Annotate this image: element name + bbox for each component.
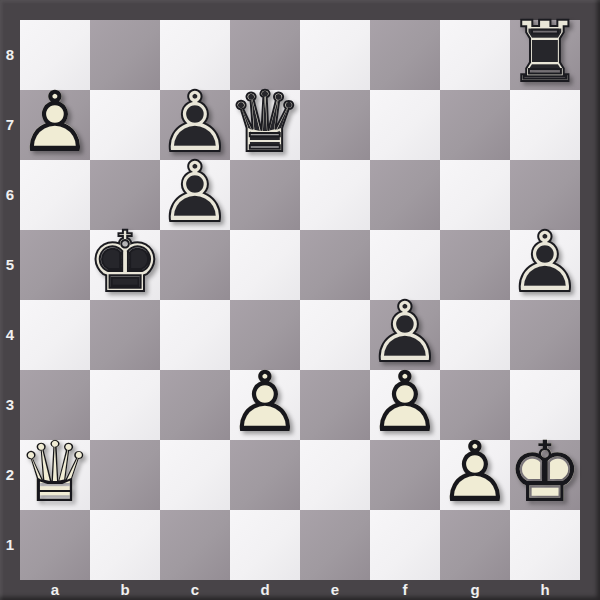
pawn-glyph-line: ♙ <box>440 437 510 507</box>
white-pawn-g2-icon[interactable]: ♟♙ <box>440 440 510 510</box>
chess-board: ♜♖♜♟♙♟♙♟♛♕♛♟♙♟♚♔♚♟♙♟♟♙♟♟♙♟♙♛♕♟♙♚♔ <box>20 20 580 580</box>
white-queen-a2-icon[interactable]: ♛♕ <box>20 440 90 510</box>
white-pawn-f3-icon[interactable]: ♟♙ <box>370 370 440 440</box>
square-a5[interactable] <box>20 230 90 300</box>
square-h5[interactable]: ♟♙♟ <box>510 230 580 300</box>
square-g2[interactable]: ♟♙ <box>440 440 510 510</box>
file-label-f: f <box>370 580 440 600</box>
square-a1[interactable] <box>20 510 90 580</box>
square-g4[interactable] <box>440 300 510 370</box>
pawn-glyph-edge: ♟ <box>160 157 230 227</box>
white-pawn-d3-icon[interactable]: ♟♙ <box>230 370 300 440</box>
square-g1[interactable] <box>440 510 510 580</box>
pawn-glyph-line: ♙ <box>370 367 440 437</box>
rank-label-5: 5 <box>0 256 20 274</box>
square-e3[interactable] <box>300 370 370 440</box>
square-c4[interactable] <box>160 300 230 370</box>
pawn-glyph-line: ♙ <box>20 87 90 157</box>
square-b5[interactable]: ♚♔♚ <box>90 230 160 300</box>
square-d6[interactable] <box>230 160 300 230</box>
square-d2[interactable] <box>230 440 300 510</box>
file-label-a: a <box>20 580 90 600</box>
rook-glyph-edge: ♜ <box>510 17 580 87</box>
square-a7[interactable]: ♟♙ <box>20 90 90 160</box>
file-label-h: h <box>510 580 580 600</box>
square-f3[interactable]: ♟♙ <box>370 370 440 440</box>
file-label-b: b <box>90 580 160 600</box>
square-c2[interactable] <box>160 440 230 510</box>
square-c6[interactable]: ♟♙♟ <box>160 160 230 230</box>
square-a6[interactable] <box>20 160 90 230</box>
white-king-h2-icon[interactable]: ♚♔ <box>510 440 580 510</box>
rank-label-7: 7 <box>0 116 20 134</box>
square-h8[interactable]: ♜♖♜ <box>510 20 580 90</box>
square-e5[interactable] <box>300 230 370 300</box>
square-c5[interactable] <box>160 230 230 300</box>
square-a4[interactable] <box>20 300 90 370</box>
rank-label-1: 1 <box>0 536 20 554</box>
square-d1[interactable] <box>230 510 300 580</box>
king-glyph-line: ♔ <box>510 437 580 507</box>
square-f8[interactable] <box>370 20 440 90</box>
square-b7[interactable] <box>90 90 160 160</box>
square-e1[interactable] <box>300 510 370 580</box>
square-b2[interactable] <box>90 440 160 510</box>
square-g6[interactable] <box>440 160 510 230</box>
square-f6[interactable] <box>370 160 440 230</box>
square-g8[interactable] <box>440 20 510 90</box>
square-h7[interactable] <box>510 90 580 160</box>
rank-label-3: 3 <box>0 396 20 414</box>
rank-label-4: 4 <box>0 326 20 344</box>
rank-label-8: 8 <box>0 46 20 64</box>
pawn-glyph-edge: ♟ <box>510 227 580 297</box>
file-label-g: g <box>440 580 510 600</box>
pawn-glyph-line: ♙ <box>230 367 300 437</box>
square-a2[interactable]: ♛♕ <box>20 440 90 510</box>
square-e6[interactable] <box>300 160 370 230</box>
square-h4[interactable] <box>510 300 580 370</box>
file-label-c: c <box>160 580 230 600</box>
rank-label-6: 6 <box>0 186 20 204</box>
rank-label-2: 2 <box>0 466 20 484</box>
square-c1[interactable] <box>160 510 230 580</box>
square-e4[interactable] <box>300 300 370 370</box>
queen-glyph-edge: ♛ <box>230 87 300 157</box>
file-label-e: e <box>300 580 370 600</box>
square-f2[interactable] <box>370 440 440 510</box>
file-label-d: d <box>230 580 300 600</box>
king-glyph-edge: ♚ <box>90 227 160 297</box>
square-d3[interactable]: ♟♙ <box>230 370 300 440</box>
square-f1[interactable] <box>370 510 440 580</box>
square-h2[interactable]: ♚♔ <box>510 440 580 510</box>
square-c3[interactable] <box>160 370 230 440</box>
queen-glyph-line: ♕ <box>20 437 90 507</box>
square-b4[interactable] <box>90 300 160 370</box>
black-pawn-c6-icon[interactable]: ♟♙♟ <box>160 160 230 230</box>
square-d5[interactable] <box>230 230 300 300</box>
black-pawn-h5-icon[interactable]: ♟♙♟ <box>510 230 580 300</box>
black-queen-d7-icon[interactable]: ♛♕♛ <box>230 90 300 160</box>
square-e7[interactable] <box>300 90 370 160</box>
black-rook-h8-icon[interactable]: ♜♖♜ <box>510 20 580 90</box>
square-f7[interactable] <box>370 90 440 160</box>
square-g5[interactable] <box>440 230 510 300</box>
white-pawn-a7-icon[interactable]: ♟♙ <box>20 90 90 160</box>
square-d7[interactable]: ♛♕♛ <box>230 90 300 160</box>
square-b8[interactable] <box>90 20 160 90</box>
square-h1[interactable] <box>510 510 580 580</box>
black-king-b5-icon[interactable]: ♚♔♚ <box>90 230 160 300</box>
square-b1[interactable] <box>90 510 160 580</box>
chess-board-frame: ♜♖♜♟♙♟♙♟♛♕♛♟♙♟♚♔♚♟♙♟♟♙♟♟♙♟♙♛♕♟♙♚♔ 876543… <box>0 0 600 600</box>
square-g7[interactable] <box>440 90 510 160</box>
square-b3[interactable] <box>90 370 160 440</box>
square-e2[interactable] <box>300 440 370 510</box>
square-e8[interactable] <box>300 20 370 90</box>
